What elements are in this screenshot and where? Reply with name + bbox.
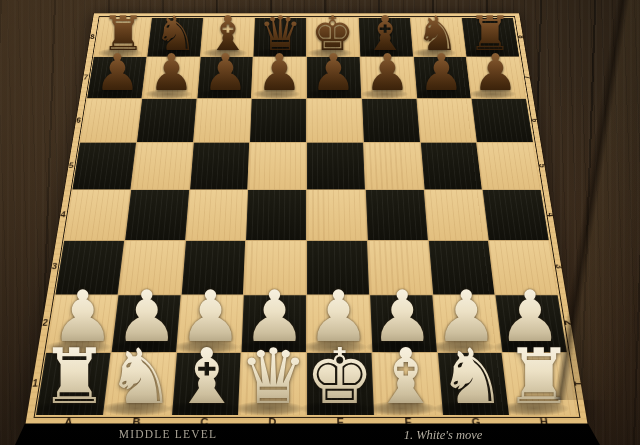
- piece-white-rook[interactable]: ♜: [501, 339, 577, 415]
- piece-black-pawn[interactable]: ♟: [416, 48, 467, 99]
- piece-white-queen[interactable]: ♛: [235, 339, 311, 415]
- piece-white-bishop[interactable]: ♝: [368, 339, 444, 415]
- pieces-layer: ♜♞♝♛♚♝♞♜♟♟♟♟♟♟♟♟♟♟♟♟♟♟♟♟♜♞♝♛♚♝♞♜: [0, 0, 640, 445]
- piece-black-pawn[interactable]: ♟: [92, 48, 143, 99]
- piece-white-king[interactable]: ♚: [302, 339, 378, 415]
- piece-black-pawn[interactable]: ♟: [308, 48, 359, 99]
- wood-table-background: 1122334455667788ABCDEFGH MIDDLE LEVEL 1.…: [0, 0, 640, 445]
- piece-black-pawn[interactable]: ♟: [362, 48, 413, 99]
- piece-white-bishop[interactable]: ♝: [169, 339, 245, 415]
- piece-black-pawn[interactable]: ♟: [470, 48, 521, 99]
- piece-white-rook[interactable]: ♜: [36, 339, 112, 415]
- piece-black-pawn[interactable]: ♟: [200, 48, 251, 99]
- piece-white-knight[interactable]: ♞: [103, 339, 179, 415]
- piece-black-pawn[interactable]: ♟: [146, 48, 197, 99]
- piece-black-pawn[interactable]: ♟: [254, 48, 305, 99]
- piece-white-knight[interactable]: ♞: [434, 339, 510, 415]
